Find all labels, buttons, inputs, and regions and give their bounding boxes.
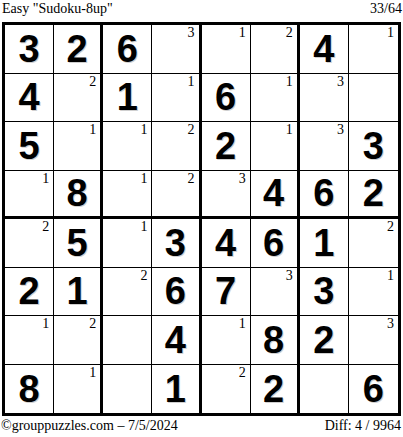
corner-mark: 1	[387, 25, 394, 41]
cell-r4c5[interactable]: 3	[202, 171, 251, 220]
given-digit: 3	[300, 268, 348, 316]
cell-r2c4[interactable]: 1	[152, 74, 201, 123]
cell-r1c8[interactable]: 1	[349, 25, 398, 74]
given-digit: 1	[103, 74, 151, 122]
cell-r1c5[interactable]: 1	[202, 25, 251, 74]
corner-mark: 2	[188, 171, 195, 187]
given-digit: 4	[251, 171, 297, 217]
cell-r2c2[interactable]: 2	[54, 74, 103, 123]
puzzle-counter: 33/64	[370, 1, 402, 17]
cell-r5c2[interactable]: 5	[54, 219, 103, 268]
cell-r3c4[interactable]: 2	[152, 122, 201, 171]
given-digit: 2	[5, 268, 53, 316]
cell-r6c2[interactable]: 1	[54, 268, 103, 317]
cell-r8c5[interactable]: 2	[202, 365, 251, 414]
given-digit: 2	[349, 171, 398, 217]
cell-r6c7[interactable]: 3	[300, 268, 349, 317]
corner-mark: 2	[387, 219, 394, 235]
corner-mark: 1	[42, 171, 49, 187]
cell-r5c5[interactable]: 4	[202, 219, 251, 268]
cell-r5c3[interactable]: 1	[103, 219, 152, 268]
corner-mark: 3	[337, 122, 344, 138]
given-digit: 8	[251, 316, 297, 364]
corner-mark: 2	[42, 219, 49, 235]
cell-r4c8[interactable]: 2	[349, 171, 398, 220]
cell-r2c3[interactable]: 1	[103, 74, 152, 123]
cell-r6c8[interactable]: 1	[349, 268, 398, 317]
corner-mark: 3	[337, 74, 344, 90]
corner-mark: 1	[286, 74, 293, 90]
cell-r3c7[interactable]: 3	[300, 122, 349, 171]
cell-r4c3[interactable]: 1	[103, 171, 152, 220]
cell-r8c1[interactable]: 8	[5, 365, 54, 414]
given-digit: 8	[54, 171, 100, 217]
cell-r8c4[interactable]: 1	[152, 365, 201, 414]
given-digit: 6	[103, 25, 151, 73]
given-digit: 6	[202, 74, 250, 122]
cell-r5c4[interactable]: 3	[152, 219, 201, 268]
cell-r8c7[interactable]	[300, 365, 349, 414]
given-digit: 5	[5, 122, 53, 170]
cell-r4c7[interactable]: 6	[300, 171, 349, 220]
cell-r7c7[interactable]: 2	[300, 316, 349, 365]
given-digit: 2	[202, 122, 250, 170]
given-digit: 4	[152, 316, 198, 364]
corner-mark: 3	[239, 171, 246, 187]
cell-r7c3[interactable]	[103, 316, 152, 365]
corner-mark: 1	[140, 122, 147, 138]
cell-r7c1[interactable]: 1	[5, 316, 54, 365]
cell-r6c3[interactable]: 2	[103, 268, 152, 317]
corner-mark: 2	[89, 316, 96, 332]
cell-r8c8[interactable]: 6	[349, 365, 398, 414]
given-digit: 8	[5, 365, 53, 414]
given-digit: 4	[5, 74, 53, 122]
cell-r5c8[interactable]: 2	[349, 219, 398, 268]
corner-mark: 1	[89, 122, 96, 138]
cell-r7c5[interactable]: 1	[202, 316, 251, 365]
cell-r7c4[interactable]: 4	[152, 316, 201, 365]
cell-r6c1[interactable]: 2	[5, 268, 54, 317]
cell-r2c6[interactable]: 1	[251, 74, 300, 123]
corner-mark: 3	[387, 316, 394, 332]
cell-r6c6[interactable]: 3	[251, 268, 300, 317]
cell-r7c6[interactable]: 8	[251, 316, 300, 365]
given-digit: 7	[202, 268, 250, 316]
given-digit: 3	[152, 219, 198, 267]
cell-r7c8[interactable]: 3	[349, 316, 398, 365]
corner-mark: 2	[89, 74, 96, 90]
sudoku-board: 3263124142116135112213318123462251346122…	[2, 22, 401, 416]
cell-r6c5[interactable]: 7	[202, 268, 251, 317]
corner-mark: 1	[140, 171, 147, 187]
given-digit: 6	[300, 171, 348, 217]
given-digit: 6	[251, 219, 297, 267]
cell-r3c2[interactable]: 1	[54, 122, 103, 171]
given-digit: 1	[300, 219, 348, 267]
cell-r4c1[interactable]: 1	[5, 171, 54, 220]
sudoku-puzzle-page: Easy "Sudoku-8up" 33/64 3263124142116135…	[0, 0, 403, 437]
cell-r6c4[interactable]: 6	[152, 268, 201, 317]
difficulty-rating: Diff: 4 / 9964	[325, 418, 401, 434]
corner-mark: 1	[140, 219, 147, 235]
cell-r5c6[interactable]: 6	[251, 219, 300, 268]
given-digit: 2	[251, 365, 297, 414]
corner-mark: 1	[286, 122, 293, 138]
cell-r3c5[interactable]: 2	[202, 122, 251, 171]
corner-mark: 1	[89, 365, 96, 381]
given-digit: 5	[54, 219, 100, 267]
cell-r3c6[interactable]: 1	[251, 122, 300, 171]
cell-r2c8[interactable]	[349, 74, 398, 123]
cell-r4c2[interactable]: 8	[54, 171, 103, 220]
corner-mark: 2	[140, 268, 147, 284]
corner-mark: 2	[188, 122, 195, 138]
given-digit: 4	[202, 219, 250, 267]
cell-r1c4[interactable]: 3	[152, 25, 201, 74]
cell-r1c3[interactable]: 6	[103, 25, 152, 74]
given-digit: 2	[54, 25, 100, 73]
cell-r3c1[interactable]: 5	[5, 122, 54, 171]
given-digit: 1	[54, 268, 100, 316]
cell-r4c4[interactable]: 2	[152, 171, 201, 220]
corner-mark: 1	[239, 316, 246, 332]
cell-r2c7[interactable]: 3	[300, 74, 349, 123]
cell-r5c1[interactable]: 2	[5, 219, 54, 268]
given-digit: 4	[300, 25, 348, 73]
corner-mark: 2	[286, 25, 293, 41]
given-digit: 2	[300, 316, 348, 364]
cell-r8c3[interactable]	[103, 365, 152, 414]
corner-mark: 3	[286, 268, 293, 284]
copyright-date: ©grouppuzzles.com – 7/5/2024	[1, 418, 178, 434]
cell-r1c1[interactable]: 3	[5, 25, 54, 74]
puzzle-title: Easy "Sudoku-8up"	[2, 1, 113, 17]
given-digit: 6	[349, 365, 398, 414]
cell-r1c6[interactable]: 2	[251, 25, 300, 74]
cell-r2c1[interactable]: 4	[5, 74, 54, 123]
cell-r8c6[interactable]: 2	[251, 365, 300, 414]
corner-mark: 1	[387, 268, 394, 284]
given-digit: 3	[5, 25, 53, 73]
given-digit: 1	[152, 365, 198, 414]
cell-r4c6[interactable]: 4	[251, 171, 300, 220]
corner-mark: 1	[239, 25, 246, 41]
given-digit: 3	[349, 122, 398, 170]
cell-r1c7[interactable]: 4	[300, 25, 349, 74]
cell-r3c8[interactable]: 3	[349, 122, 398, 171]
corner-mark: 1	[188, 74, 195, 90]
corner-mark: 1	[42, 316, 49, 332]
corner-mark: 3	[188, 25, 195, 41]
given-digit: 6	[152, 268, 198, 316]
cell-r3c3[interactable]: 1	[103, 122, 152, 171]
cell-r2c5[interactable]: 6	[202, 74, 251, 123]
cell-r8c2[interactable]: 1	[54, 365, 103, 414]
cell-r5c7[interactable]: 1	[300, 219, 349, 268]
cell-r7c2[interactable]: 2	[54, 316, 103, 365]
corner-mark: 2	[239, 365, 246, 381]
cell-r1c2[interactable]: 2	[54, 25, 103, 74]
